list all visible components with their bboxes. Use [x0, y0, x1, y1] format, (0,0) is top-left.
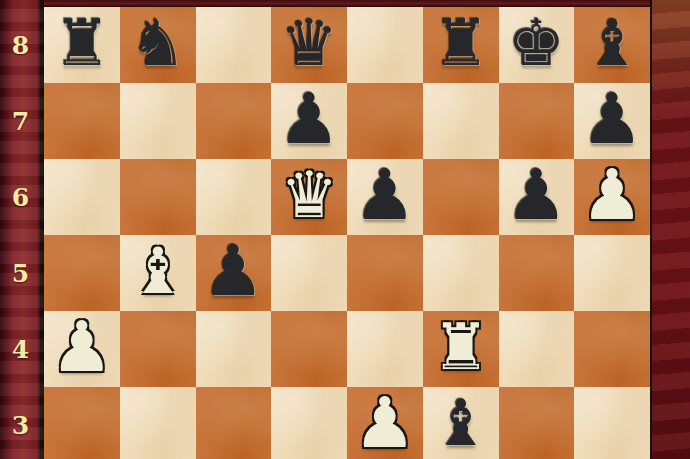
square-f3[interactable]: ♝	[423, 387, 499, 459]
square-a6[interactable]	[44, 159, 120, 235]
rank-label-5: 5	[0, 235, 41, 311]
square-f7[interactable]	[423, 83, 499, 159]
rank-label-4: 4	[0, 311, 41, 387]
square-b3[interactable]	[120, 387, 196, 459]
square-c7[interactable]	[196, 83, 272, 159]
square-b8[interactable]: ♞	[120, 7, 196, 83]
white-rook-f4[interactable]: ♜	[432, 315, 489, 379]
square-d8[interactable]: ♛	[271, 7, 347, 83]
square-f6[interactable]	[423, 159, 499, 235]
black-rook-a8[interactable]: ♜	[53, 11, 110, 75]
white-pawn-e3[interactable]: ♟	[353, 388, 416, 458]
board-frame-left: 8 7 6 5 4 3	[0, 0, 44, 459]
chessboard-diagram: ♜♞♛♜♚♝♟♟♛♟♟♟♝♟♟♜♟♝ 8 7 6 5 4 3	[0, 0, 690, 459]
square-g6[interactable]: ♟	[499, 159, 575, 235]
square-c3[interactable]	[196, 387, 272, 459]
square-d4[interactable]	[271, 311, 347, 387]
square-d6[interactable]: ♛	[271, 159, 347, 235]
square-f4[interactable]: ♜	[423, 311, 499, 387]
square-e3[interactable]: ♟	[347, 387, 423, 459]
square-b6[interactable]	[120, 159, 196, 235]
square-d3[interactable]	[271, 387, 347, 459]
board-frame-right	[650, 0, 690, 459]
black-pawn-d7[interactable]: ♟	[278, 84, 341, 154]
square-d5[interactable]	[271, 235, 347, 311]
white-bishop-b5[interactable]: ♝	[129, 239, 186, 303]
square-c8[interactable]	[196, 7, 272, 83]
board-frame-top	[0, 0, 690, 7]
square-g4[interactable]	[499, 311, 575, 387]
square-b5[interactable]: ♝	[120, 235, 196, 311]
square-a4[interactable]: ♟	[44, 311, 120, 387]
square-h6[interactable]: ♟	[574, 159, 650, 235]
square-e7[interactable]	[347, 83, 423, 159]
black-rook-f8[interactable]: ♜	[432, 11, 489, 75]
rank-label-8: 8	[0, 7, 41, 83]
square-g7[interactable]	[499, 83, 575, 159]
white-queen-d6[interactable]: ♛	[280, 163, 337, 227]
chess-board: ♜♞♛♜♚♝♟♟♛♟♟♟♝♟♟♜♟♝	[44, 7, 650, 459]
square-b4[interactable]	[120, 311, 196, 387]
rank-label-7: 7	[0, 83, 41, 159]
white-pawn-a4[interactable]: ♟	[50, 312, 113, 382]
square-b7[interactable]	[120, 83, 196, 159]
square-h7[interactable]: ♟	[574, 83, 650, 159]
square-c5[interactable]: ♟	[196, 235, 272, 311]
black-knight-b8[interactable]: ♞	[129, 11, 186, 75]
rank-label-3: 3	[0, 387, 41, 459]
black-bishop-h8[interactable]: ♝	[583, 11, 640, 75]
square-g8[interactable]: ♚	[499, 7, 575, 83]
black-pawn-c5[interactable]: ♟	[202, 236, 265, 306]
square-e5[interactable]	[347, 235, 423, 311]
square-h4[interactable]	[574, 311, 650, 387]
black-bishop-f3[interactable]: ♝	[432, 391, 489, 455]
black-pawn-e6[interactable]: ♟	[353, 160, 416, 230]
square-f8[interactable]: ♜	[423, 7, 499, 83]
square-a3[interactable]	[44, 387, 120, 459]
square-h8[interactable]: ♝	[574, 7, 650, 83]
square-a5[interactable]	[44, 235, 120, 311]
square-h3[interactable]	[574, 387, 650, 459]
square-a7[interactable]	[44, 83, 120, 159]
square-c4[interactable]	[196, 311, 272, 387]
black-pawn-h7[interactable]: ♟	[581, 84, 644, 154]
square-e4[interactable]	[347, 311, 423, 387]
rank-label-6: 6	[0, 159, 41, 235]
square-e8[interactable]	[347, 7, 423, 83]
square-e6[interactable]: ♟	[347, 159, 423, 235]
white-pawn-h6[interactable]: ♟	[581, 160, 644, 230]
square-f5[interactable]	[423, 235, 499, 311]
square-h5[interactable]	[574, 235, 650, 311]
square-g5[interactable]	[499, 235, 575, 311]
black-pawn-g6[interactable]: ♟	[505, 160, 568, 230]
square-d7[interactable]: ♟	[271, 83, 347, 159]
black-queen-d8[interactable]: ♛	[280, 11, 337, 75]
square-g3[interactable]	[499, 387, 575, 459]
square-c6[interactable]	[196, 159, 272, 235]
black-king-g8[interactable]: ♚	[508, 11, 565, 75]
square-a8[interactable]: ♜	[44, 7, 120, 83]
